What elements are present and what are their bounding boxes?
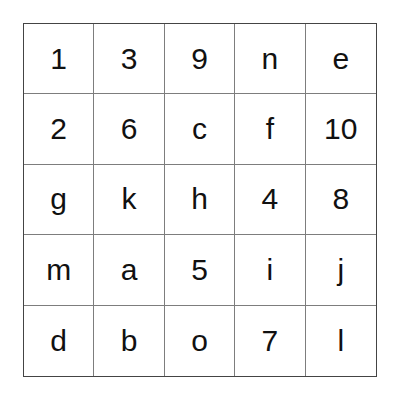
grid-cell-r5c1[interactable]: d xyxy=(24,306,94,376)
grid-cell-r4c4[interactable]: i xyxy=(235,235,305,305)
grid-cell-r5c3[interactable]: o xyxy=(165,306,235,376)
grid-cell-r4c2[interactable]: a xyxy=(94,235,164,305)
grid-cell-r1c4[interactable]: n xyxy=(235,24,305,94)
grid-cell-r3c5[interactable]: 8 xyxy=(306,165,376,235)
grid-cell-r4c1[interactable]: m xyxy=(24,235,94,305)
grid-cell-r5c4[interactable]: 7 xyxy=(235,306,305,376)
grid-cell-r1c5[interactable]: e xyxy=(306,24,376,94)
grid-cell-r2c4[interactable]: f xyxy=(235,94,305,164)
grid-cell-r2c2[interactable]: 6 xyxy=(94,94,164,164)
grid-cell-r2c1[interactable]: 2 xyxy=(24,94,94,164)
grid-cell-r2c3[interactable]: c xyxy=(165,94,235,164)
grid-cell-r5c2[interactable]: b xyxy=(94,306,164,376)
grid-cell-r4c3[interactable]: 5 xyxy=(165,235,235,305)
grid-cell-r3c1[interactable]: g xyxy=(24,165,94,235)
grid-cell-r1c1[interactable]: 1 xyxy=(24,24,94,94)
grid-cell-r2c5[interactable]: 10 xyxy=(306,94,376,164)
grid-cell-r3c3[interactable]: h xyxy=(165,165,235,235)
grid-cell-r5c5[interactable]: l xyxy=(306,306,376,376)
grid-cell-r4c5[interactable]: j xyxy=(306,235,376,305)
grid-cell-r3c4[interactable]: 4 xyxy=(235,165,305,235)
grid-cell-r1c2[interactable]: 3 xyxy=(94,24,164,94)
puzzle-grid: 1 3 9 n e 2 6 c f 10 g k h 4 8 m a 5 i j… xyxy=(23,23,377,377)
grid-cell-r1c3[interactable]: 9 xyxy=(165,24,235,94)
grid-cell-r3c2[interactable]: k xyxy=(94,165,164,235)
